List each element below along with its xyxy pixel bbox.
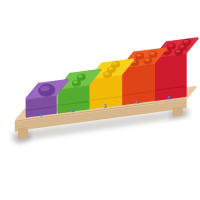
base-right-foot xyxy=(174,108,182,116)
counting-toy: 12345 xyxy=(0,0,200,200)
base-number-3: 3 xyxy=(103,104,107,109)
base-left-foot xyxy=(19,128,27,138)
base-number-1: 1 xyxy=(39,112,43,117)
base-number-5: 5 xyxy=(168,95,172,100)
base-number-2: 2 xyxy=(71,108,75,113)
base-number-4: 4 xyxy=(135,100,139,105)
product-photo: 12345 xyxy=(0,0,200,200)
block-front-face xyxy=(122,63,154,104)
block-front-face xyxy=(155,53,186,100)
